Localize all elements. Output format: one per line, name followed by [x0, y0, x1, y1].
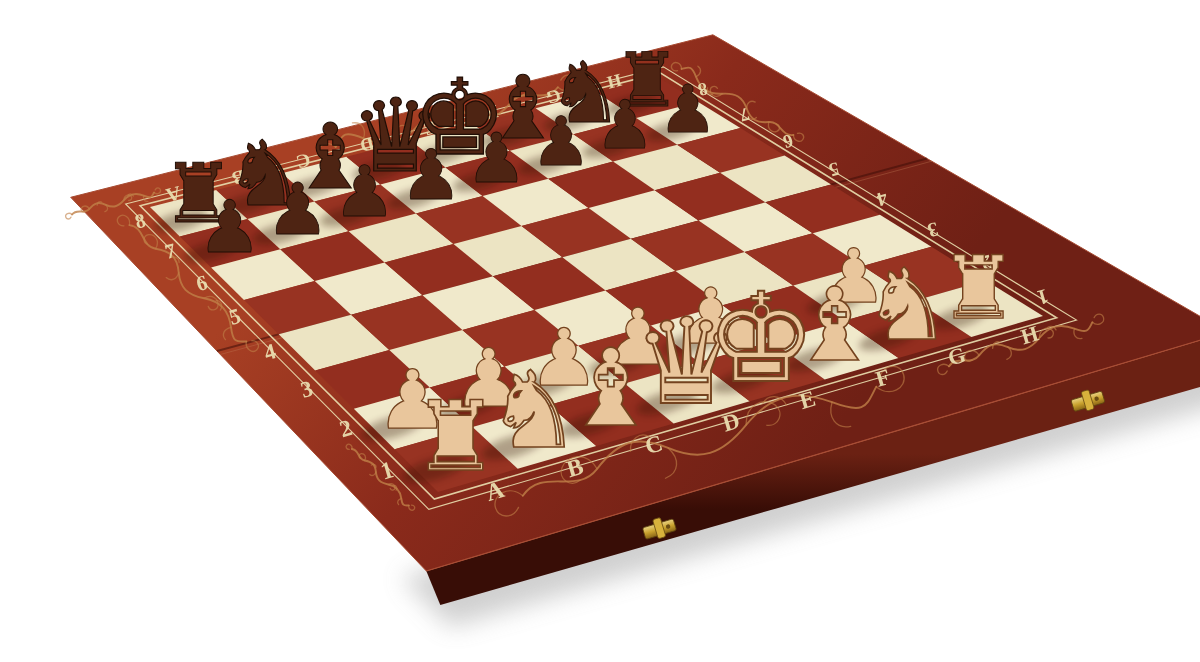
piece-black-pawn-g7: ♟ — [595, 86, 655, 164]
piece-white-knight-g1: ♞ — [863, 247, 952, 362]
piece-black-pawn-b7: ♟ — [266, 168, 330, 251]
piece-white-rook-h1: ♜ — [940, 237, 1018, 339]
piece-black-pawn-e7: ♟ — [466, 118, 527, 198]
piece-black-pawn-c7: ♟ — [333, 151, 396, 233]
piece-black-pawn-h7: ♟ — [658, 71, 717, 148]
piece-black-pawn-a7: ♟ — [197, 185, 262, 269]
piece-black-pawn-f7: ♟ — [531, 102, 592, 181]
chess-set-photo: AABBCCDDEEFFGGHH1122334455667788♜♞♝♛♚♝♞♜… — [0, 0, 1200, 662]
board-svg: AABBCCDDEEFFGGHH1122334455667788♜♞♝♛♚♝♞♜… — [0, 0, 1200, 662]
piece-black-pawn-d7: ♟ — [400, 135, 462, 215]
